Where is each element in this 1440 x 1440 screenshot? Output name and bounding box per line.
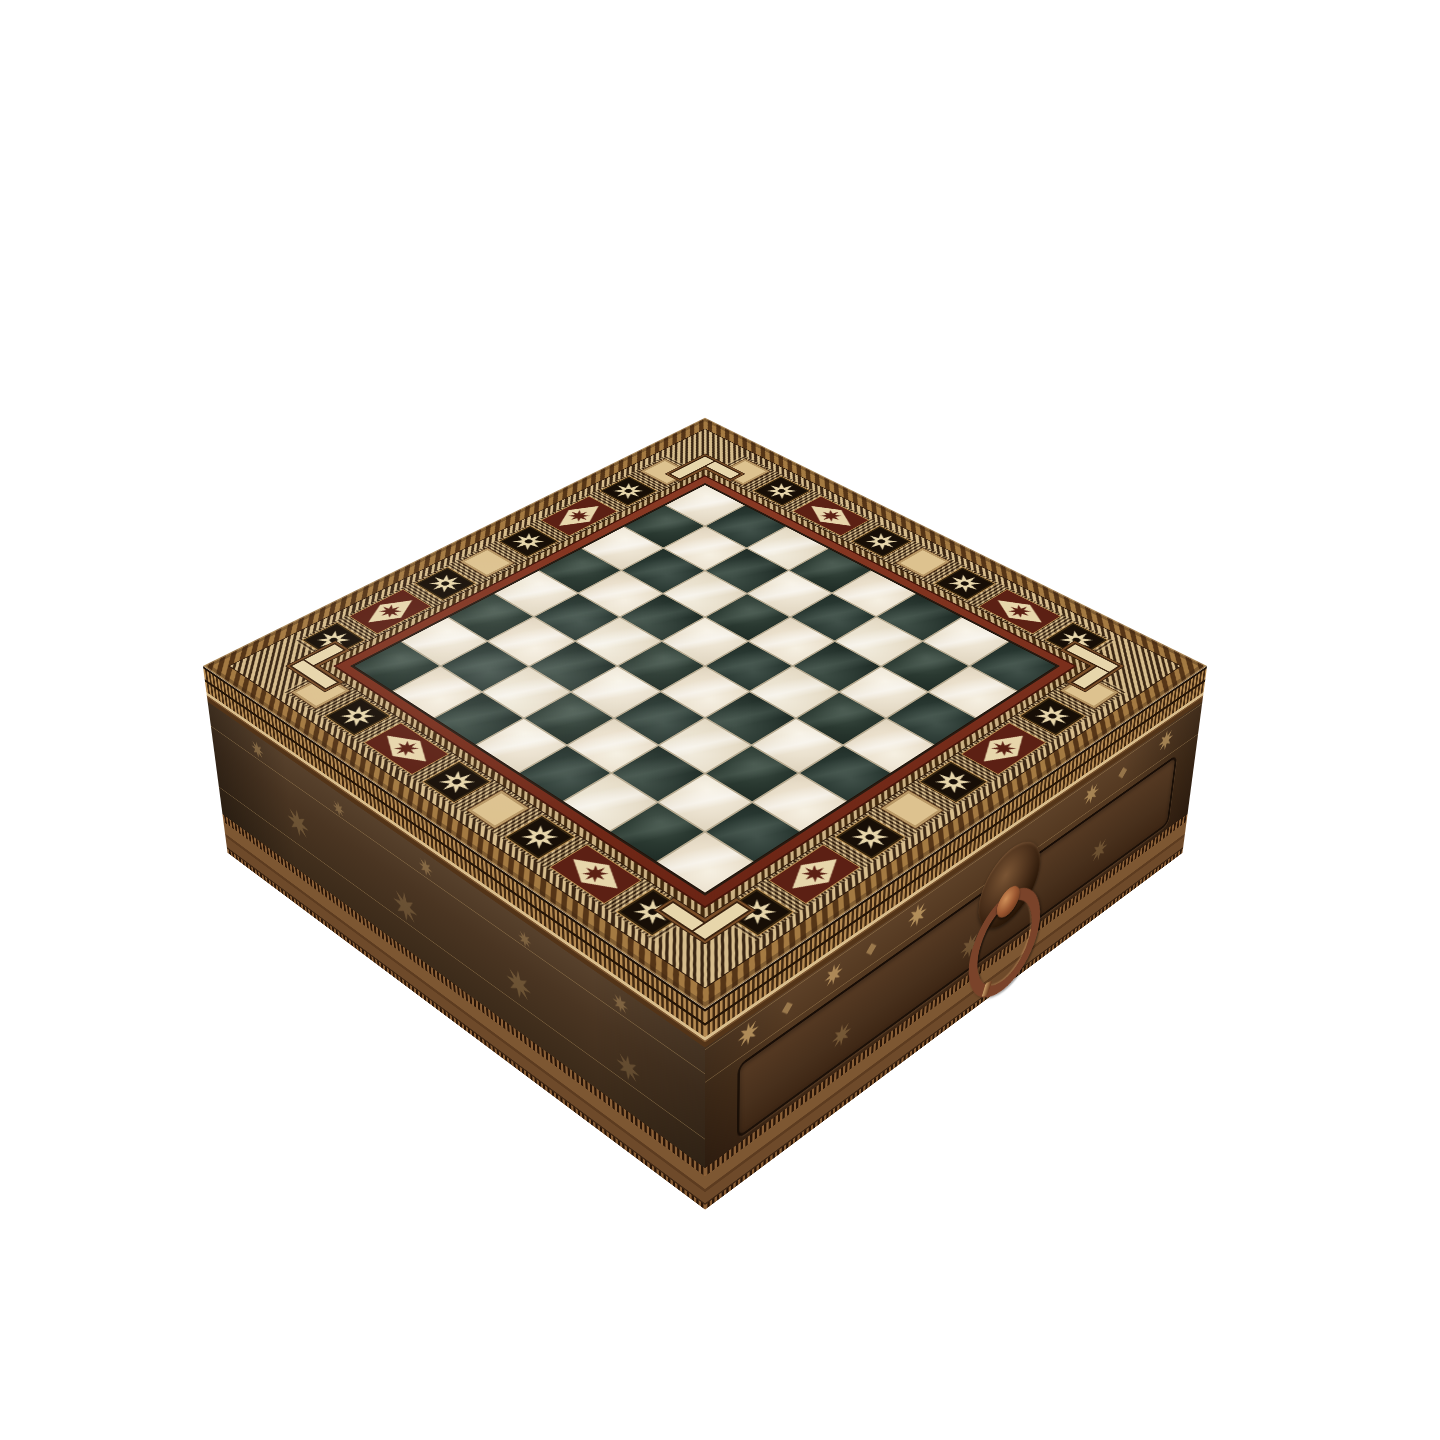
square-h6[interactable] [888,692,976,744]
scene [0,0,1440,1440]
square-h3[interactable] [754,774,846,831]
star-inlay [506,962,532,1007]
rosette-inlay-tile [324,697,391,736]
corner-inlay [654,877,757,944]
square-d1[interactable] [477,719,566,772]
rect-inlay-tile [466,789,530,829]
square-d3[interactable] [573,667,659,717]
chessboard [354,485,1055,893]
square-g4[interactable] [752,719,841,772]
diamond-inlay-tile [961,723,1046,775]
rosette-inlay-tile [835,815,906,860]
rosette-inlay-tile [616,888,690,936]
star-inlay [832,1018,852,1053]
rect-inlay-tile [880,789,944,829]
rosette-inlay-tile [1019,697,1086,736]
rect-inlay-tile [1059,674,1120,709]
square-e4[interactable] [662,667,748,717]
diamond-inlay-tile [549,844,641,904]
square-f2[interactable] [613,746,703,801]
square-h5[interactable] [844,719,933,772]
rosette-inlay-tile [504,815,575,860]
square-g5[interactable] [797,692,885,744]
diamond-inlay [1118,764,1128,781]
rect-inlay-tile [290,674,351,709]
square-f1[interactable] [565,774,657,831]
diamond-inlay-tile [364,723,449,775]
square-c1[interactable] [435,692,523,744]
square-g2[interactable] [659,774,751,831]
square-e1[interactable] [520,746,610,801]
star-inlay [1090,834,1108,866]
square-c2[interactable] [483,667,569,717]
square-h4[interactable] [800,746,890,801]
photo-background [0,0,1440,1440]
square-h1[interactable] [658,832,752,892]
square-g6[interactable] [840,667,926,717]
rosette-inlay-tile [918,761,987,803]
rosette-inlay-tile [422,761,491,803]
square-h7[interactable] [930,667,1016,717]
square-d2[interactable] [525,692,613,744]
diamond-inlay [866,940,877,959]
square-f3[interactable] [661,719,750,772]
square-f4[interactable] [706,692,794,744]
square-h2[interactable] [707,803,800,861]
square-g3[interactable] [706,746,796,801]
square-e3[interactable] [616,692,704,744]
square-b1[interactable] [394,667,480,717]
chess-box [203,418,1207,1009]
rosette-inlay-tile [720,888,794,936]
square-f5[interactable] [751,667,837,717]
diamond-inlay-tile [768,844,860,904]
square-g1[interactable] [610,803,703,861]
diamond-inlay [782,998,793,1018]
square-e2[interactable] [569,719,658,772]
